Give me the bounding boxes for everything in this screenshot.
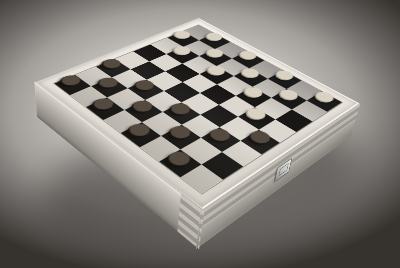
- scene: ●●●●●●●●●●●●●●●●●●●●●●●●: [0, 0, 400, 268]
- dark-piece[interactable]: ●: [131, 76, 162, 93]
- square-r7c2-dark[interactable]: ●: [86, 97, 124, 119]
- dark-piece[interactable]: ●: [57, 71, 89, 88]
- square-r2c5-dark[interactable]: ●: [236, 87, 272, 107]
